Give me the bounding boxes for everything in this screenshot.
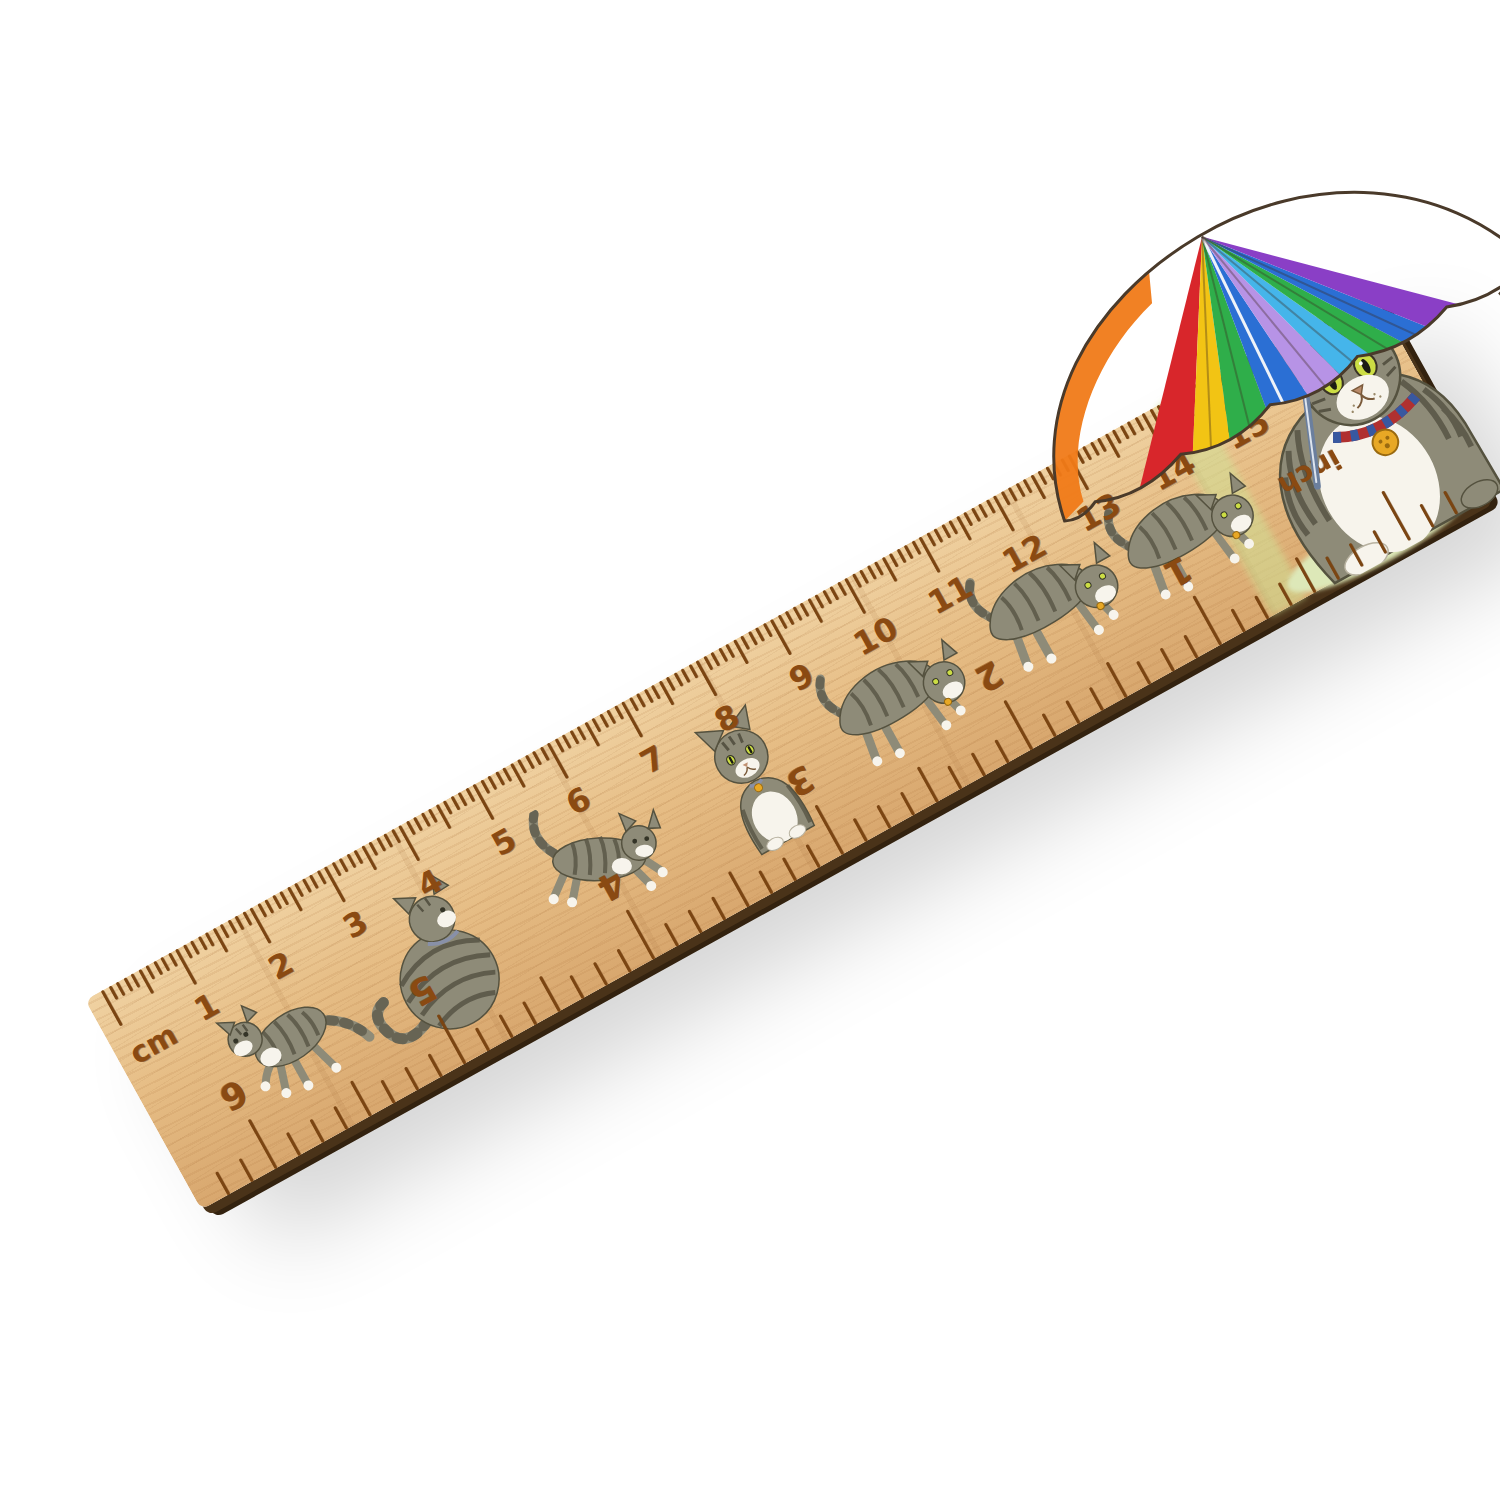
inch-tick [876, 805, 891, 829]
inch-tick [1278, 582, 1293, 606]
inch-tick [1192, 595, 1222, 645]
inch-tick [1136, 661, 1151, 685]
inch-tick [853, 818, 868, 842]
inch-tick [286, 1132, 301, 1156]
inch-tick [498, 1014, 513, 1038]
inch-tick [522, 1001, 537, 1025]
inch-tick [626, 909, 656, 959]
inch-tick [248, 1119, 278, 1169]
inch-tick [971, 752, 986, 776]
inch-tick [917, 766, 939, 802]
inch-tick [475, 1027, 490, 1051]
inch-tick [664, 922, 679, 946]
inch-tick [994, 739, 1009, 763]
inch-number: 2 [969, 652, 1011, 700]
inch-tick [1348, 543, 1363, 567]
inch-tick [900, 792, 915, 816]
inch-tick [1372, 530, 1387, 554]
inch-tick [1294, 557, 1316, 593]
inch-tick [1254, 595, 1269, 619]
inch-tick [1089, 687, 1104, 711]
inch-tick [1160, 648, 1175, 672]
inch-tick [1443, 490, 1458, 514]
inch-tick [1419, 504, 1434, 528]
inch-tick [728, 871, 750, 907]
inch-tick [569, 975, 584, 999]
inch-tick [1230, 608, 1245, 632]
inch-tick [616, 949, 631, 973]
inch-tick [1183, 634, 1198, 658]
inch-tick [1325, 556, 1340, 580]
inch-tick [239, 1158, 254, 1182]
inch-tick [1065, 700, 1080, 724]
inch-number: 5 [402, 967, 444, 1015]
inch-tick [758, 870, 773, 894]
inch-tick [593, 962, 608, 986]
inch-tick [333, 1106, 348, 1130]
inch-tick [350, 1080, 372, 1116]
inch-tick [428, 1053, 443, 1077]
inch-number: 3 [780, 757, 822, 805]
page: { "image_type": "product photo on white … [0, 0, 1500, 1500]
inch-tick [947, 765, 962, 789]
inch-tick [380, 1080, 395, 1104]
inch-tick [1042, 713, 1057, 737]
inch-tick [1106, 662, 1128, 698]
inch-tick [814, 805, 844, 855]
inch-tick [1381, 490, 1411, 540]
inch-tick [805, 844, 820, 868]
inch-tick [437, 1014, 467, 1064]
inch-number: 4 [591, 862, 633, 910]
inch-tick [539, 976, 561, 1012]
ruler: 123456789101112131415 123456 cm inch [85, 287, 1487, 1210]
inch-tick [782, 857, 797, 881]
inch-tick [687, 909, 702, 933]
inch-tick [404, 1066, 419, 1090]
inch-tick [711, 896, 726, 920]
inch-tick [309, 1119, 324, 1143]
inch-tick [215, 1171, 230, 1195]
inch-number: 6 [213, 1071, 255, 1119]
inch-tick [1003, 700, 1033, 750]
